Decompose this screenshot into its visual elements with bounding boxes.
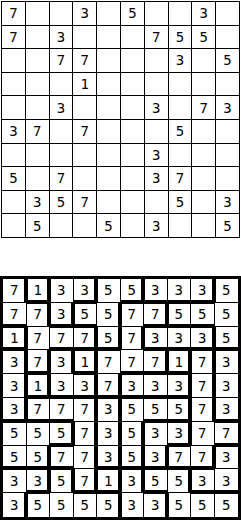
solution-cell-r3c2: 7 [27, 327, 51, 351]
puzzle-cell-r2c2[interactable] [26, 26, 49, 49]
puzzle-cell-r10c4[interactable] [73, 214, 96, 237]
solution-cell-r6c3: 7 [50, 398, 74, 422]
puzzle-cell-r9c9[interactable] [192, 191, 215, 214]
solution-cell-r6c5: 3 [97, 398, 121, 422]
puzzle-cell-r7c10[interactable] [216, 144, 239, 167]
solution-cell-r1c6: 5 [121, 279, 145, 303]
solution-cell-r10c5: 5 [97, 493, 121, 517]
puzzle-cell-r2c1[interactable]: 7 [2, 26, 25, 49]
solution-cell-r5c10: 3 [215, 374, 239, 398]
solution-cell-r9c5: 1 [97, 469, 121, 493]
solution-cell-r5c7: 3 [144, 374, 168, 398]
solution-cell-r8c4: 7 [74, 446, 98, 470]
puzzle-cell-r3c1[interactable] [2, 49, 25, 72]
puzzle-cell-r8c5[interactable] [97, 167, 120, 190]
solution-cell-r7c9: 7 [191, 422, 215, 446]
puzzle-cell-r7c6[interactable] [121, 144, 144, 167]
solution-cell-r5c1: 3 [3, 374, 27, 398]
puzzle-cell-r8c8[interactable]: 7 [169, 167, 192, 190]
solution-cell-r2c9: 5 [191, 303, 215, 327]
puzzle-cell-r9c3[interactable]: 5 [50, 191, 73, 214]
solution-cell-r4c8: 1 [168, 350, 192, 374]
solution-cell-r7c2: 5 [27, 422, 51, 446]
puzzle-cell-r6c6[interactable] [121, 120, 144, 143]
solution-cell-r7c4: 7 [74, 422, 98, 446]
puzzle-cell-r3c9[interactable] [192, 49, 215, 72]
solution-cell-r4c10: 3 [215, 350, 239, 374]
puzzle-cell-r1c8[interactable] [169, 2, 192, 25]
puzzle-cell-r5c9[interactable]: 7 [192, 96, 215, 119]
solution-cell-r8c2: 5 [27, 446, 51, 470]
solution-cell-r6c7: 5 [144, 398, 168, 422]
puzzle-cell-r3c4[interactable]: 7 [73, 49, 96, 72]
solution-cell-r3c8: 3 [168, 327, 192, 351]
solution-cell-r8c8: 7 [168, 446, 192, 470]
solution-cell-r3c10: 5 [215, 327, 239, 351]
puzzle-cell-r6c4[interactable]: 7 [73, 120, 96, 143]
puzzle-cell-r3c6[interactable] [121, 49, 144, 72]
solution-cell-r1c9: 3 [191, 279, 215, 303]
solution-cell-r8c6: 5 [121, 446, 145, 470]
solution-cell-r3c7: 3 [144, 327, 168, 351]
solution-cell-r10c2: 5 [27, 493, 51, 517]
puzzle-cell-r4c9[interactable] [192, 73, 215, 96]
puzzle-cell-r10c1[interactable] [2, 214, 25, 237]
solution-cell-r3c1: 1 [3, 327, 27, 351]
puzzle-cell-r5c3[interactable]: 3 [50, 96, 73, 119]
puzzle-cell-r5c7[interactable]: 3 [145, 96, 168, 119]
solution-cell-r7c8: 3 [168, 422, 192, 446]
puzzle-cell-r5c10[interactable]: 3 [216, 96, 239, 119]
puzzle-cell-r5c2[interactable] [26, 96, 49, 119]
puzzle-cell-r10c9[interactable] [192, 214, 215, 237]
puzzle-cell-r5c1[interactable] [2, 96, 25, 119]
puzzle-cell-r9c1[interactable] [2, 191, 25, 214]
solution-cell-r6c9: 7 [191, 398, 215, 422]
solution-cell-r9c2: 3 [27, 469, 51, 493]
solution-cell-r6c6: 5 [121, 398, 145, 422]
puzzle-cell-r3c3[interactable]: 7 [50, 49, 73, 72]
solution-cell-r5c5: 7 [97, 374, 121, 398]
solution-cell-r4c5: 7 [97, 350, 121, 374]
solution-cell-r2c4: 5 [74, 303, 98, 327]
solution-cell-r5c9: 7 [191, 374, 215, 398]
puzzle-cell-r7c3[interactable] [50, 144, 73, 167]
solution-cell-r1c4: 3 [74, 279, 98, 303]
solution-cell-r10c3: 5 [50, 493, 74, 517]
puzzle-cell-r6c5[interactable] [97, 120, 120, 143]
puzzle-cell-r2c9[interactable]: 5 [192, 26, 215, 49]
solution-cell-r5c6: 3 [121, 374, 145, 398]
solution-cell-r10c4: 5 [74, 493, 98, 517]
puzzle-cell-r8c2[interactable] [26, 167, 49, 190]
solution-cell-r2c2: 7 [27, 303, 51, 327]
solution-cell-r8c9: 7 [191, 446, 215, 470]
solution-cell-r4c9: 7 [191, 350, 215, 374]
solution-cell-r3c3: 7 [50, 327, 74, 351]
puzzle-cell-r2c4[interactable] [73, 26, 96, 49]
puzzle-cell-r7c7[interactable]: 3 [145, 144, 168, 167]
solution-cell-r1c1: 7 [3, 279, 27, 303]
puzzle-cell-r9c8[interactable]: 5 [169, 191, 192, 214]
puzzle-cell-r1c6[interactable]: 5 [121, 2, 144, 25]
puzzle-cell-r9c10[interactable]: 3 [216, 191, 239, 214]
solution-cell-r2c6: 7 [121, 303, 145, 327]
solution-cell-r7c5: 3 [97, 422, 121, 446]
solution-cell-r7c3: 5 [50, 422, 74, 446]
puzzle-cell-r2c3[interactable]: 3 [50, 26, 73, 49]
solution-cell-r5c3: 3 [50, 374, 74, 398]
puzzle-cell-r7c2[interactable] [26, 144, 49, 167]
puzzle-cell-r10c6[interactable] [121, 214, 144, 237]
puzzle-cell-r8c10[interactable] [216, 167, 239, 190]
solution-cell-r2c3: 3 [50, 303, 74, 327]
puzzle-cell-r1c2[interactable] [26, 2, 49, 25]
solution-cell-r6c1: 3 [3, 398, 27, 422]
solution-cell-r1c5: 5 [97, 279, 121, 303]
puzzle-cell-r6c10[interactable] [216, 120, 239, 143]
puzzle-cell-r5c4[interactable] [73, 96, 96, 119]
puzzle-cell-r6c1[interactable]: 3 [2, 120, 25, 143]
puzzle-cell-r1c4[interactable]: 3 [73, 2, 96, 25]
puzzle-cell-r6c3[interactable] [50, 120, 73, 143]
puzzle-cell-r2c6[interactable] [121, 26, 144, 49]
puzzle-cell-r2c5[interactable] [97, 26, 120, 49]
solution-cell-r3c6: 7 [121, 327, 145, 351]
puzzle-cell-r6c7[interactable] [145, 120, 168, 143]
solution-cell-r9c3: 5 [50, 469, 74, 493]
solution-cell-r8c7: 3 [144, 446, 168, 470]
puzzle-cell-r9c5[interactable] [97, 191, 120, 214]
solution-cell-r4c3: 3 [50, 350, 74, 374]
puzzle-cell-r6c2[interactable]: 7 [26, 120, 49, 143]
solution-cell-r8c10: 3 [215, 446, 239, 470]
solution-cell-r4c7: 7 [144, 350, 168, 374]
puzzle-cell-r4c1[interactable] [2, 73, 25, 96]
puzzle-cell-r3c8[interactable]: 3 [169, 49, 192, 72]
solution-cell-r5c4: 3 [74, 374, 98, 398]
solution-cell-r9c8: 5 [168, 469, 192, 493]
puzzle-cell-r10c7[interactable]: 3 [145, 214, 168, 237]
puzzle-cell-r4c7[interactable] [145, 73, 168, 96]
puzzle-cell-r4c2[interactable] [26, 73, 49, 96]
puzzle-cell-r8c7[interactable]: 3 [145, 167, 168, 190]
solution-cell-r1c2: 1 [27, 279, 51, 303]
solution-cell-r9c7: 5 [144, 469, 168, 493]
puzzle-cell-r3c2[interactable] [26, 49, 49, 72]
solution-cell-r3c4: 7 [74, 327, 98, 351]
solution-cell-r1c7: 3 [144, 279, 168, 303]
solution-cell-r3c5: 5 [97, 327, 121, 351]
solution-cell-r2c8: 5 [168, 303, 192, 327]
solution-cell-r7c6: 5 [121, 422, 145, 446]
solution-cell-r6c8: 5 [168, 398, 192, 422]
solution-cell-r2c7: 7 [144, 303, 168, 327]
solution-cell-r10c1: 3 [3, 493, 27, 517]
puzzle-cell-r1c9[interactable]: 3 [192, 2, 215, 25]
puzzle-cell-r3c5[interactable] [97, 49, 120, 72]
puzzle-cell-r9c2[interactable]: 3 [26, 191, 49, 214]
puzzle-cell-r7c8[interactable] [169, 144, 192, 167]
puzzle-cell-r2c7[interactable]: 7 [145, 26, 168, 49]
solution-cell-r2c10: 5 [215, 303, 239, 327]
puzzle-cell-r5c5[interactable] [97, 96, 120, 119]
puzzle-cell-r4c6[interactable] [121, 73, 144, 96]
solution-cell-r9c9: 3 [191, 469, 215, 493]
solution-cell-r1c8: 3 [168, 279, 192, 303]
puzzle-cell-r7c4[interactable] [73, 144, 96, 167]
puzzle-cell-r2c8[interactable]: 5 [169, 26, 192, 49]
puzzle-cell-r7c1[interactable] [2, 144, 25, 167]
puzzle-cell-r7c9[interactable] [192, 144, 215, 167]
solution-cell-r4c6: 7 [121, 350, 145, 374]
solution-cell-r4c2: 7 [27, 350, 51, 374]
puzzle-cell-r6c8[interactable]: 5 [169, 120, 192, 143]
solution-cell-r6c2: 7 [27, 398, 51, 422]
puzzle-cell-r10c3[interactable] [50, 214, 73, 237]
puzzle-cell-r4c5[interactable] [97, 73, 120, 96]
puzzle-cell-r1c5[interactable] [97, 2, 120, 25]
puzzle-cell-r9c4[interactable]: 7 [73, 191, 96, 214]
solution-cell-r10c9: 5 [191, 493, 215, 517]
puzzle-cell-r5c8[interactable] [169, 96, 192, 119]
solution-cell-r7c10: 7 [215, 422, 239, 446]
solution-cell-r1c3: 3 [50, 279, 74, 303]
puzzle-cell-r10c10[interactable]: 5 [216, 214, 239, 237]
puzzle-cell-r4c4[interactable]: 1 [73, 73, 96, 96]
solution-cell-r7c7: 3 [144, 422, 168, 446]
solution-cell-r10c8: 5 [168, 493, 192, 517]
puzzle-cell-r8c1[interactable]: 5 [2, 167, 25, 190]
solution-cell-r1c10: 5 [215, 279, 239, 303]
solution-cell-r9c6: 3 [121, 469, 145, 493]
solution-cell-r9c1: 3 [3, 469, 27, 493]
puzzle-cell-r9c7[interactable] [145, 191, 168, 214]
puzzle-cell-r8c4[interactable] [73, 167, 96, 190]
solution-cell-r9c4: 7 [74, 469, 98, 493]
puzzle-cell-r10c5[interactable]: 5 [97, 214, 120, 237]
puzzle-cell-r10c8[interactable] [169, 214, 192, 237]
puzzle-cell-r1c7[interactable] [145, 2, 168, 25]
puzzle-cell-r1c10[interactable] [216, 2, 239, 25]
solution-cell-r6c4: 7 [74, 398, 98, 422]
puzzle-cell-r8c6[interactable] [121, 167, 144, 190]
solution-cell-r6c10: 3 [215, 398, 239, 422]
solution-grid: 7133553335773557755517775733353731777173… [0, 276, 241, 520]
solution-cell-r4c1: 3 [3, 350, 27, 374]
solution-cell-r8c1: 5 [3, 446, 27, 470]
solution-cell-r8c5: 3 [97, 446, 121, 470]
puzzle-cell-r2c10[interactable] [216, 26, 239, 49]
fillomino-page: 735373755773513373377535737357535535 713… [0, 0, 241, 520]
solution-cell-r8c3: 7 [50, 446, 74, 470]
solution-cell-r5c2: 1 [27, 374, 51, 398]
solution-cell-r4c4: 1 [74, 350, 98, 374]
solution-cell-r10c6: 3 [121, 493, 145, 517]
puzzle-grid: 735373755773513373377535737357535535 [1, 1, 240, 238]
puzzle-cell-r6c9[interactable] [192, 120, 215, 143]
puzzle-cell-r4c3[interactable] [50, 73, 73, 96]
solution-cell-r3c9: 3 [191, 327, 215, 351]
puzzle-cell-r1c1[interactable]: 7 [2, 2, 25, 25]
solution-cell-r2c1: 7 [3, 303, 27, 327]
solution-cell-r2c5: 5 [97, 303, 121, 327]
puzzle-cell-r4c10[interactable] [216, 73, 239, 96]
puzzle-cell-r1c3[interactable] [50, 2, 73, 25]
puzzle-cell-r8c9[interactable] [192, 167, 215, 190]
solution-cell-r10c7: 3 [144, 493, 168, 517]
puzzle-cell-r4c8[interactable] [169, 73, 192, 96]
puzzle-cell-r3c7[interactable] [145, 49, 168, 72]
solution-cell-r10c10: 5 [215, 493, 239, 517]
puzzle-cell-r3c10[interactable]: 5 [216, 49, 239, 72]
puzzle-cell-r5c6[interactable] [121, 96, 144, 119]
puzzle-cell-r9c6[interactable] [121, 191, 144, 214]
puzzle-cell-r7c5[interactable] [97, 144, 120, 167]
solution-cell-r7c1: 5 [3, 422, 27, 446]
solution-cell-r9c10: 3 [215, 469, 239, 493]
solution-cell-r5c8: 3 [168, 374, 192, 398]
puzzle-cell-r8c3[interactable]: 7 [50, 167, 73, 190]
puzzle-cell-r10c2[interactable]: 5 [26, 214, 49, 237]
